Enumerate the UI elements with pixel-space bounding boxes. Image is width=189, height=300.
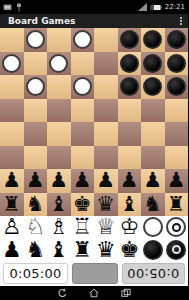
square-a3[interactable]	[0, 146, 24, 170]
white-queen-piece: ♕	[96, 216, 116, 238]
square-f5[interactable]	[118, 99, 142, 123]
square-h8[interactable]	[165, 28, 189, 52]
white-checker-king-piece	[166, 217, 186, 237]
black-checker-piece	[143, 30, 162, 49]
black-pawn-piece: ♟	[2, 170, 21, 191]
square-g7[interactable]	[141, 52, 165, 76]
battery-icon	[150, 4, 162, 11]
home-icon[interactable]	[89, 288, 99, 298]
square-b4[interactable]	[24, 122, 48, 146]
board: ♟♟♟♟♟♟♟♟♜♞♝♚♛♝♞♜	[0, 28, 188, 216]
square-g4[interactable]	[141, 122, 165, 146]
square-e3[interactable]	[94, 146, 118, 170]
square-b3[interactable]	[24, 146, 48, 170]
square-d8[interactable]	[71, 28, 95, 52]
square-f6[interactable]	[118, 75, 142, 99]
right-clock-time: 0:05:00	[127, 266, 179, 281]
black-rook-piece: ♜	[72, 239, 92, 261]
black-pawn-piece: ♟	[2, 239, 22, 261]
white-checker-piece	[73, 77, 92, 96]
tray-white-king[interactable]: ♔	[118, 216, 142, 239]
black-checker-king-piece	[166, 240, 186, 260]
status-bar: 22:21	[0, 0, 188, 14]
square-e6[interactable]	[94, 75, 118, 99]
square-b6[interactable]	[24, 75, 48, 99]
recents-icon[interactable]	[121, 288, 131, 298]
square-f2[interactable]: ♟	[118, 169, 142, 193]
square-e4[interactable]	[94, 122, 118, 146]
clock-time: 22:21	[165, 4, 185, 11]
black-knight-piece: ♞	[26, 194, 45, 215]
tray-white-queen[interactable]: ♕	[94, 216, 118, 239]
navigation-bar	[0, 286, 188, 300]
checker-king-ring	[172, 223, 181, 232]
tray-black-rook[interactable]: ♜	[71, 239, 95, 262]
square-h6[interactable]	[165, 75, 189, 99]
square-c5[interactable]	[47, 99, 71, 123]
black-checker-piece	[120, 54, 139, 73]
black-rook-piece: ♜	[2, 194, 21, 215]
overflow-menu-icon[interactable]	[174, 14, 188, 28]
square-g5[interactable]	[141, 99, 165, 123]
piece-trays: ♙♘♗♖♕♔ ♟♞♝♜♛♚	[0, 216, 188, 261]
square-f8[interactable]	[118, 28, 142, 52]
square-c2[interactable]: ♟	[47, 169, 71, 193]
square-c4[interactable]	[47, 122, 71, 146]
board-games-app: 22:21 Board Games ♟♟♟♟♟♟♟♟♜♞♝♚♛♝♞♜ ♙♘♗♖♕…	[0, 0, 188, 300]
square-h1[interactable]: ♜	[165, 193, 189, 217]
square-e2[interactable]: ♟	[94, 169, 118, 193]
square-h5[interactable]	[165, 99, 189, 123]
black-pawn-piece: ♟	[167, 170, 186, 191]
square-a2[interactable]: ♟	[0, 169, 24, 193]
square-h4[interactable]	[165, 122, 189, 146]
notification-icon	[3, 3, 12, 11]
square-g3[interactable]	[141, 146, 165, 170]
black-checker-piece	[120, 30, 139, 49]
square-e1[interactable]: ♛	[94, 193, 118, 217]
action-bar: Board Games	[0, 14, 188, 28]
square-h2[interactable]: ♟	[165, 169, 189, 193]
square-h7[interactable]	[165, 52, 189, 76]
square-b7[interactable]	[24, 52, 48, 76]
left-clock-time: 0:05:00	[9, 266, 61, 281]
black-knight-piece: ♞	[25, 239, 45, 261]
square-f4[interactable]	[118, 122, 142, 146]
square-a1[interactable]: ♜	[0, 193, 24, 217]
square-d3[interactable]	[71, 146, 95, 170]
square-d5[interactable]	[71, 99, 95, 123]
white-checker-piece	[2, 54, 21, 73]
pin-icon	[16, 3, 22, 12]
black-king-piece: ♚	[119, 239, 139, 261]
tray-white-pawn[interactable]: ♙	[0, 216, 24, 239]
checker-king-ring	[172, 245, 181, 254]
white-bishop-piece: ♗	[49, 216, 69, 238]
square-b2[interactable]: ♟	[24, 169, 48, 193]
back-icon[interactable]	[57, 288, 67, 298]
square-c8[interactable]	[47, 28, 71, 52]
black-checker-piece	[167, 77, 186, 96]
tray-white-knight[interactable]: ♘	[24, 216, 48, 239]
square-e8[interactable]	[94, 28, 118, 52]
right-game-clock[interactable]: 0:05:00	[122, 263, 185, 284]
white-pawn-piece: ♙	[2, 216, 22, 238]
square-c3[interactable]	[47, 146, 71, 170]
black-pawn-piece: ♟	[96, 170, 115, 191]
square-d7[interactable]	[71, 52, 95, 76]
black-bishop-piece: ♝	[49, 194, 68, 215]
black-knight-piece: ♞	[143, 194, 162, 215]
white-checker-piece	[143, 217, 163, 237]
black-checker-piece	[143, 54, 162, 73]
tray-black-checker-king[interactable]	[165, 239, 189, 262]
tray-black-pawn[interactable]: ♟	[0, 239, 24, 262]
black-king-piece: ♚	[73, 194, 92, 215]
black-pawn-piece: ♟	[49, 170, 68, 191]
black-pawn-piece: ♟	[143, 170, 162, 191]
signal-icon	[138, 3, 147, 11]
square-g8[interactable]	[141, 28, 165, 52]
square-b5[interactable]	[24, 99, 48, 123]
white-rook-piece: ♖	[72, 216, 92, 238]
square-e7[interactable]	[94, 52, 118, 76]
square-f7[interactable]	[118, 52, 142, 76]
black-checker-piece	[167, 30, 186, 49]
white-checker-piece	[26, 77, 45, 96]
white-checker-piece	[49, 54, 68, 73]
square-d1[interactable]: ♚	[71, 193, 95, 217]
square-a6[interactable]	[0, 75, 24, 99]
tray-white-rook[interactable]: ♖	[71, 216, 95, 239]
left-game-clock[interactable]: 0:05:00	[3, 263, 68, 284]
square-f3[interactable]	[118, 146, 142, 170]
pause-button[interactable]	[72, 263, 118, 284]
clock-bar: 0:05:00 0:05:00	[0, 261, 188, 286]
page-title: Board Games	[8, 17, 75, 26]
tray-white-checker[interactable]	[141, 216, 165, 239]
white-knight-piece: ♘	[25, 216, 45, 238]
square-g2[interactable]: ♟	[141, 169, 165, 193]
square-b8[interactable]	[24, 28, 48, 52]
square-a8[interactable]	[0, 28, 24, 52]
black-pawn-piece: ♟	[120, 170, 139, 191]
white-checker-piece	[73, 30, 92, 49]
square-d2[interactable]: ♟	[71, 169, 95, 193]
tray-black: ♟♞♝♜♛♚	[0, 239, 188, 262]
black-queen-piece: ♛	[96, 194, 115, 215]
square-e5[interactable]	[94, 99, 118, 123]
white-king-piece: ♔	[119, 216, 139, 238]
white-checker-piece	[26, 30, 45, 49]
square-b1[interactable]: ♞	[24, 193, 48, 217]
square-g1[interactable]: ♞	[141, 193, 165, 217]
square-f1[interactable]: ♝	[118, 193, 142, 217]
square-h3[interactable]	[165, 146, 189, 170]
tray-white: ♙♘♗♖♕♔	[0, 216, 188, 239]
black-checker-piece	[143, 240, 163, 260]
square-c6[interactable]	[47, 75, 71, 99]
square-a4[interactable]	[0, 122, 24, 146]
square-c1[interactable]: ♝	[47, 193, 71, 217]
square-d6[interactable]	[71, 75, 95, 99]
black-rook-piece: ♜	[167, 194, 186, 215]
square-c7[interactable]	[47, 52, 71, 76]
tray-black-bishop[interactable]: ♝	[47, 239, 71, 262]
square-a7[interactable]	[0, 52, 24, 76]
tray-black-king[interactable]: ♚	[118, 239, 142, 262]
black-pawn-piece: ♟	[26, 170, 45, 191]
square-d4[interactable]	[71, 122, 95, 146]
black-checker-piece	[143, 77, 162, 96]
black-bishop-piece: ♝	[120, 194, 139, 215]
tray-black-queen[interactable]: ♛	[94, 239, 118, 262]
square-a5[interactable]	[0, 99, 24, 123]
tray-black-knight[interactable]: ♞	[24, 239, 48, 262]
black-checker-piece	[167, 54, 186, 73]
tray-white-checker-king[interactable]	[165, 216, 189, 239]
black-queen-piece: ♛	[96, 239, 116, 261]
tray-black-checker[interactable]	[141, 239, 165, 262]
black-bishop-piece: ♝	[49, 239, 69, 261]
black-pawn-piece: ♟	[73, 170, 92, 191]
square-g6[interactable]	[141, 75, 165, 99]
black-checker-piece	[120, 77, 139, 96]
tray-white-bishop[interactable]: ♗	[47, 216, 71, 239]
